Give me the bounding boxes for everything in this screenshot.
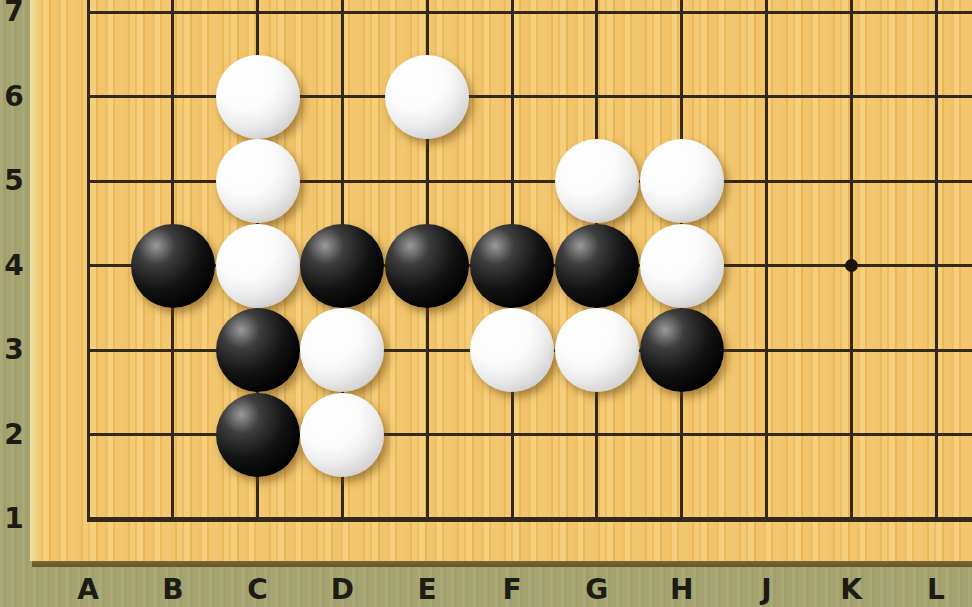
stone-white-H4[interactable] — [640, 224, 724, 308]
column-label-A: A — [68, 572, 108, 607]
stone-black-C3[interactable] — [216, 308, 300, 392]
grid-line-row-7 — [87, 11, 972, 14]
row-label-3: 3 — [0, 331, 28, 369]
stone-black-D4[interactable] — [300, 224, 384, 308]
column-label-B: B — [153, 572, 193, 607]
go-game-screenshot: 7654321ABCDEFGHJKL — [0, 0, 972, 607]
stone-white-D3[interactable] — [300, 308, 384, 392]
row-label-5: 5 — [0, 162, 28, 200]
row-label-4: 4 — [0, 247, 28, 285]
stone-white-E6[interactable] — [385, 55, 469, 139]
row-label-2: 2 — [0, 416, 28, 454]
row-label-6: 6 — [0, 78, 28, 116]
stone-black-H3[interactable] — [640, 308, 724, 392]
star-point-K4 — [845, 259, 858, 272]
column-label-E: E — [407, 572, 447, 607]
grid-line-row-1 — [87, 517, 972, 522]
board-edge-highlight — [30, 0, 38, 561]
column-label-J: J — [746, 572, 786, 607]
stone-black-B4[interactable] — [131, 224, 215, 308]
column-label-G: G — [577, 572, 617, 607]
column-label-D: D — [322, 572, 362, 607]
stone-white-G3[interactable] — [555, 308, 639, 392]
board-bottom-shadow — [32, 561, 972, 567]
stone-black-F4[interactable] — [470, 224, 554, 308]
stone-white-H5[interactable] — [640, 139, 724, 223]
stone-black-E4[interactable] — [385, 224, 469, 308]
stone-white-F3[interactable] — [470, 308, 554, 392]
row-label-1: 1 — [0, 500, 28, 538]
grid-line-column-A — [87, 0, 90, 522]
stone-black-G4[interactable] — [555, 224, 639, 308]
stone-white-G5[interactable] — [555, 139, 639, 223]
stone-black-C2[interactable] — [216, 393, 300, 477]
stone-white-D2[interactable] — [300, 393, 384, 477]
column-label-C: C — [238, 572, 278, 607]
grid-line-column-J — [765, 0, 768, 522]
stone-white-C4[interactable] — [216, 224, 300, 308]
stone-white-C6[interactable] — [216, 55, 300, 139]
column-label-K: K — [831, 572, 871, 607]
column-label-F: F — [492, 572, 532, 607]
grid-line-column-L — [935, 0, 938, 522]
column-label-H: H — [662, 572, 702, 607]
column-label-L: L — [916, 572, 956, 607]
stone-white-C5[interactable] — [216, 139, 300, 223]
row-label-7: 7 — [0, 0, 28, 31]
